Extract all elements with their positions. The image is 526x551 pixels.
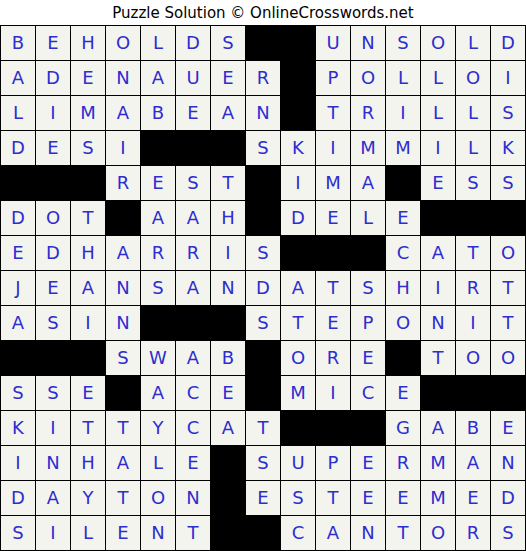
cell-r7c6: R	[176, 236, 211, 271]
cell-r3c4: A	[106, 96, 141, 131]
cell-r15c9: C	[281, 516, 316, 551]
block-r11c4	[106, 376, 141, 411]
cell-r8c3: A	[71, 271, 106, 306]
cell-r11c2: S	[36, 376, 71, 411]
cell-r8c5: S	[141, 271, 176, 306]
cell-r3c7: A	[211, 96, 246, 131]
cell-r3c1: L	[1, 96, 36, 131]
cell-r8c12: H	[386, 271, 421, 306]
block-r1c8	[246, 26, 281, 61]
cell-r1c11: N	[351, 26, 386, 61]
cell-r14c3: Y	[71, 481, 106, 516]
cell-r3c14: L	[456, 96, 491, 131]
cell-r12c5: Y	[141, 411, 176, 446]
cell-r15c3: L	[71, 516, 106, 551]
cell-r13c13: M	[421, 446, 456, 481]
cell-r8c14: R	[456, 271, 491, 306]
block-r6c13	[421, 201, 456, 236]
cell-r6c11: L	[351, 201, 386, 236]
cell-r11c7: E	[211, 376, 246, 411]
cell-r3c5: B	[141, 96, 176, 131]
cell-r8c15: T	[491, 271, 526, 306]
cell-r5c14: S	[456, 166, 491, 201]
cell-r15c4: E	[106, 516, 141, 551]
cell-r3c6: E	[176, 96, 211, 131]
cell-r14c13: M	[421, 481, 456, 516]
block-r6c8	[246, 201, 281, 236]
cell-r9c4: N	[106, 306, 141, 341]
cell-r8c1: J	[1, 271, 36, 306]
cell-r7c7: I	[211, 236, 246, 271]
block-r9c5	[141, 306, 176, 341]
cell-r14c14: E	[456, 481, 491, 516]
cell-r9c8: S	[246, 306, 281, 341]
cell-r10c4: S	[106, 341, 141, 376]
cell-r5c10: M	[316, 166, 351, 201]
cell-r15c5: N	[141, 516, 176, 551]
cell-r15c15: S	[491, 516, 526, 551]
cell-r6c7: H	[211, 201, 246, 236]
block-r3c9	[281, 96, 316, 131]
cell-r4c15: K	[491, 131, 526, 166]
cell-r4c10: I	[316, 131, 351, 166]
cell-r3c15: S	[491, 96, 526, 131]
block-r10c2	[36, 341, 71, 376]
cell-r8c13: I	[421, 271, 456, 306]
block-r6c14	[456, 201, 491, 236]
cell-r15c11: N	[351, 516, 386, 551]
cell-r12c3: T	[71, 411, 106, 446]
cell-r14c5: O	[141, 481, 176, 516]
cell-r2c5: A	[141, 61, 176, 96]
block-r5c3	[71, 166, 106, 201]
cell-r9c12: O	[386, 306, 421, 341]
cell-r1c12: S	[386, 26, 421, 61]
cell-r12c6: C	[176, 411, 211, 446]
block-r13c7	[211, 446, 246, 481]
cell-r10c9: O	[281, 341, 316, 376]
cell-r12c14: B	[456, 411, 491, 446]
cell-r9c15: T	[491, 306, 526, 341]
cell-r7c12: C	[386, 236, 421, 271]
block-r9c6	[176, 306, 211, 341]
crossword-grid: BEHOLDSUNSOLDADENAUERPOLLOILIMABEANTRILL…	[0, 25, 526, 551]
cell-r5c7: T	[211, 166, 246, 201]
cell-r11c6: C	[176, 376, 211, 411]
cell-r6c1: D	[1, 201, 36, 236]
cell-r13c6: E	[176, 446, 211, 481]
cell-r8c7: N	[211, 271, 246, 306]
cell-r8c10: T	[316, 271, 351, 306]
cell-r9c1: A	[1, 306, 36, 341]
cell-r4c8: S	[246, 131, 281, 166]
cell-r10c11: E	[351, 341, 386, 376]
block-r15c7	[211, 516, 246, 551]
cell-r9c10: E	[316, 306, 351, 341]
cell-r15c14: R	[456, 516, 491, 551]
cell-r3c13: L	[421, 96, 456, 131]
cell-r4c9: K	[281, 131, 316, 166]
block-r5c8	[246, 166, 281, 201]
cell-r1c13: O	[421, 26, 456, 61]
cell-r12c2: I	[36, 411, 71, 446]
block-r12c11	[351, 411, 386, 446]
cell-r2c3: E	[71, 61, 106, 96]
block-r4c5	[141, 131, 176, 166]
cell-r15c1: S	[1, 516, 36, 551]
cell-r13c3: H	[71, 446, 106, 481]
cell-r11c12: E	[386, 376, 421, 411]
cell-r3c3: M	[71, 96, 106, 131]
cell-r3c10: T	[316, 96, 351, 131]
cell-r13c8: S	[246, 446, 281, 481]
block-r4c7	[211, 131, 246, 166]
cell-r7c15: O	[491, 236, 526, 271]
block-r12c10	[316, 411, 351, 446]
block-r7c9	[281, 236, 316, 271]
cell-r1c2: E	[36, 26, 71, 61]
block-r2c9	[281, 61, 316, 96]
cell-r1c1: B	[1, 26, 36, 61]
cell-r7c2: D	[36, 236, 71, 271]
cell-r15c2: I	[36, 516, 71, 551]
cell-r12c1: K	[1, 411, 36, 446]
block-r7c10	[316, 236, 351, 271]
cell-r2c13: L	[421, 61, 456, 96]
cell-r1c3: H	[71, 26, 106, 61]
cell-r3c11: R	[351, 96, 386, 131]
cell-r13c14: A	[456, 446, 491, 481]
cell-r7c1: E	[1, 236, 36, 271]
block-r5c1	[1, 166, 36, 201]
cell-r3c2: I	[36, 96, 71, 131]
cell-r7c5: R	[141, 236, 176, 271]
cell-r9c14: I	[456, 306, 491, 341]
block-r11c13	[421, 376, 456, 411]
cell-r14c1: D	[1, 481, 36, 516]
cell-r13c15: N	[491, 446, 526, 481]
cell-r5c15: S	[491, 166, 526, 201]
cell-r2c15: I	[491, 61, 526, 96]
cell-r8c11: S	[351, 271, 386, 306]
cell-r14c15: D	[491, 481, 526, 516]
cell-r2c8: R	[246, 61, 281, 96]
cell-r14c12: E	[386, 481, 421, 516]
cell-r7c13: A	[421, 236, 456, 271]
cell-r13c2: N	[36, 446, 71, 481]
cell-r14c4: T	[106, 481, 141, 516]
cell-r4c3: S	[71, 131, 106, 166]
cell-r5c6: S	[176, 166, 211, 201]
cell-r13c11: E	[351, 446, 386, 481]
cell-r5c13: E	[421, 166, 456, 201]
block-r10c3	[71, 341, 106, 376]
cell-r14c11: E	[351, 481, 386, 516]
cell-r10c6: A	[176, 341, 211, 376]
cell-r14c2: A	[36, 481, 71, 516]
cell-r11c1: S	[1, 376, 36, 411]
cell-r4c4: I	[106, 131, 141, 166]
block-r5c2	[36, 166, 71, 201]
cell-r1c5: L	[141, 26, 176, 61]
cell-r2c7: E	[211, 61, 246, 96]
puzzle-solution-page: Puzzle Solution © OnlineCrosswords.net B…	[0, 0, 526, 551]
cell-r12c15: E	[491, 411, 526, 446]
cell-r13c12: R	[386, 446, 421, 481]
cell-r5c9: I	[281, 166, 316, 201]
block-r6c15	[491, 201, 526, 236]
block-r10c12	[386, 341, 421, 376]
cell-r10c5: W	[141, 341, 176, 376]
block-r10c8	[246, 341, 281, 376]
cell-r11c9: M	[281, 376, 316, 411]
cell-r6c5: A	[141, 201, 176, 236]
cell-r4c12: M	[386, 131, 421, 166]
cell-r13c4: A	[106, 446, 141, 481]
cell-r8c9: A	[281, 271, 316, 306]
cell-r2c2: D	[36, 61, 71, 96]
cell-r3c12: I	[386, 96, 421, 131]
cell-r6c10: E	[316, 201, 351, 236]
cell-r4c2: E	[36, 131, 71, 166]
cell-r5c11: A	[351, 166, 386, 201]
cell-r1c10: U	[316, 26, 351, 61]
cell-r6c6: A	[176, 201, 211, 236]
cell-r8c4: N	[106, 271, 141, 306]
cell-r9c3: I	[71, 306, 106, 341]
cell-r9c11: P	[351, 306, 386, 341]
cell-r2c11: O	[351, 61, 386, 96]
cell-r14c8: E	[246, 481, 281, 516]
cell-r8c2: E	[36, 271, 71, 306]
cell-r2c1: A	[1, 61, 36, 96]
cell-r9c2: S	[36, 306, 71, 341]
cell-r9c9: T	[281, 306, 316, 341]
block-r10c1	[1, 341, 36, 376]
block-r14c7	[211, 481, 246, 516]
cell-r10c13: T	[421, 341, 456, 376]
cell-r5c4: R	[106, 166, 141, 201]
cell-r2c4: N	[106, 61, 141, 96]
cell-r6c3: T	[71, 201, 106, 236]
cell-r10c15: O	[491, 341, 526, 376]
cell-r2c10: P	[316, 61, 351, 96]
block-r1c9	[281, 26, 316, 61]
cell-r9c13: N	[421, 306, 456, 341]
cell-r1c6: D	[176, 26, 211, 61]
block-r11c14	[456, 376, 491, 411]
block-r9c7	[211, 306, 246, 341]
cell-r8c8: D	[246, 271, 281, 306]
cell-r10c10: R	[316, 341, 351, 376]
cell-r13c10: P	[316, 446, 351, 481]
block-r7c11	[351, 236, 386, 271]
cell-r7c4: A	[106, 236, 141, 271]
block-r12c9	[281, 411, 316, 446]
cell-r4c11: M	[351, 131, 386, 166]
cell-r3c8: N	[246, 96, 281, 131]
cell-r6c12: E	[386, 201, 421, 236]
block-r11c8	[246, 376, 281, 411]
cell-r6c9: D	[281, 201, 316, 236]
cell-r12c13: A	[421, 411, 456, 446]
cell-r15c6: T	[176, 516, 211, 551]
cell-r1c14: L	[456, 26, 491, 61]
cell-r12c7: A	[211, 411, 246, 446]
cell-r11c5: A	[141, 376, 176, 411]
cell-r15c10: A	[316, 516, 351, 551]
cell-r11c11: C	[351, 376, 386, 411]
cell-r7c14: T	[456, 236, 491, 271]
cell-r2c14: O	[456, 61, 491, 96]
cell-r5c5: E	[141, 166, 176, 201]
cell-r1c4: O	[106, 26, 141, 61]
cell-r14c10: T	[316, 481, 351, 516]
cell-r1c15: D	[491, 26, 526, 61]
block-r15c8	[246, 516, 281, 551]
cell-r2c12: L	[386, 61, 421, 96]
cell-r2c6: U	[176, 61, 211, 96]
cell-r15c13: O	[421, 516, 456, 551]
cell-r12c4: T	[106, 411, 141, 446]
cell-r12c12: G	[386, 411, 421, 446]
block-r4c6	[176, 131, 211, 166]
cell-r7c8: S	[246, 236, 281, 271]
cell-r13c9: U	[281, 446, 316, 481]
cell-r6c2: O	[36, 201, 71, 236]
page-title: Puzzle Solution © OnlineCrosswords.net	[0, 0, 526, 25]
cell-r11c3: E	[71, 376, 106, 411]
cell-r10c7: B	[211, 341, 246, 376]
block-r6c4	[106, 201, 141, 236]
cell-r4c13: I	[421, 131, 456, 166]
cell-r7c3: H	[71, 236, 106, 271]
cell-r4c14: L	[456, 131, 491, 166]
cell-r1c7: S	[211, 26, 246, 61]
cell-r12c8: T	[246, 411, 281, 446]
cell-r11c10: I	[316, 376, 351, 411]
cell-r10c14: O	[456, 341, 491, 376]
cell-r8c6: A	[176, 271, 211, 306]
cell-r13c5: L	[141, 446, 176, 481]
block-r11c15	[491, 376, 526, 411]
block-r5c12	[386, 166, 421, 201]
cell-r14c9: S	[281, 481, 316, 516]
cell-r14c6: N	[176, 481, 211, 516]
cell-r13c1: I	[1, 446, 36, 481]
cell-r15c12: T	[386, 516, 421, 551]
cell-r4c1: D	[1, 131, 36, 166]
